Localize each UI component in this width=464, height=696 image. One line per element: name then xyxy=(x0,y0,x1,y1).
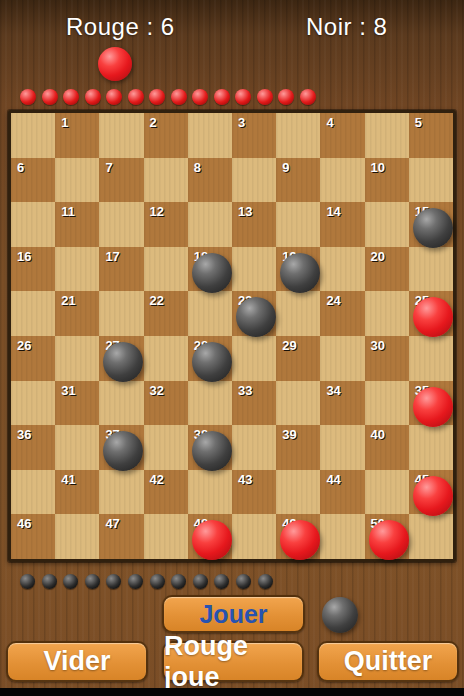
light-square xyxy=(11,291,55,336)
light-square xyxy=(99,113,143,158)
light-square xyxy=(11,381,55,426)
light-square xyxy=(232,158,276,203)
square-17[interactable]: 17 xyxy=(99,247,143,292)
square-number: 20 xyxy=(371,249,385,264)
square-number: 21 xyxy=(61,293,75,308)
square-32[interactable]: 32 xyxy=(144,381,188,426)
red-score-separator: : xyxy=(146,13,160,40)
black-piece[interactable] xyxy=(236,297,276,337)
light-square xyxy=(409,158,453,203)
square-number: 43 xyxy=(238,472,252,487)
square-number: 11 xyxy=(61,204,75,219)
light-square xyxy=(99,291,143,336)
light-square xyxy=(276,113,320,158)
square-20[interactable]: 20 xyxy=(365,247,409,292)
square-30[interactable]: 30 xyxy=(365,336,409,381)
captured-red-dot xyxy=(63,89,79,105)
captured-red-dot xyxy=(85,89,101,105)
captured-black-dot xyxy=(236,574,251,589)
square-47[interactable]: 47 xyxy=(99,514,143,559)
red-piece[interactable] xyxy=(369,520,409,560)
square-number: 36 xyxy=(17,427,31,442)
light-square xyxy=(365,113,409,158)
square-4[interactable]: 4 xyxy=(320,113,364,158)
light-square xyxy=(11,202,55,247)
square-12[interactable]: 12 xyxy=(144,202,188,247)
square-number: 14 xyxy=(326,204,340,219)
square-18[interactable]: 18 xyxy=(188,247,232,292)
square-11[interactable]: 11 xyxy=(55,202,99,247)
square-number: 2 xyxy=(150,115,157,130)
light-square xyxy=(55,336,99,381)
square-19[interactable]: 19 xyxy=(276,247,320,292)
square-49[interactable]: 49 xyxy=(276,514,320,559)
red-turn-indicator-piece xyxy=(98,47,132,81)
square-37[interactable]: 37 xyxy=(99,425,143,470)
square-number: 44 xyxy=(326,472,340,487)
quitter-button-label: Quitter xyxy=(344,646,433,677)
square-50[interactable]: 50 xyxy=(365,514,409,559)
black-piece[interactable] xyxy=(192,431,232,471)
square-7[interactable]: 7 xyxy=(99,158,143,203)
light-square xyxy=(188,202,232,247)
bottom-black-strip xyxy=(0,688,464,696)
square-26[interactable]: 26 xyxy=(11,336,55,381)
square-16[interactable]: 16 xyxy=(11,247,55,292)
light-square xyxy=(144,158,188,203)
square-40[interactable]: 40 xyxy=(365,425,409,470)
light-square xyxy=(188,381,232,426)
square-3[interactable]: 3 xyxy=(232,113,276,158)
light-square xyxy=(276,291,320,336)
square-number: 33 xyxy=(238,383,252,398)
black-score-label: Noir xyxy=(306,13,352,40)
light-square xyxy=(144,425,188,470)
light-square xyxy=(99,381,143,426)
square-number: 8 xyxy=(194,160,201,175)
square-46[interactable]: 46 xyxy=(11,514,55,559)
light-square xyxy=(365,381,409,426)
square-27[interactable]: 27 xyxy=(99,336,143,381)
square-9[interactable]: 9 xyxy=(276,158,320,203)
light-square xyxy=(11,470,55,515)
black-piece[interactable] xyxy=(103,431,143,471)
red-piece[interactable] xyxy=(413,297,453,337)
square-number: 42 xyxy=(150,472,164,487)
square-number: 29 xyxy=(282,338,296,353)
square-21[interactable]: 21 xyxy=(55,291,99,336)
square-25[interactable]: 25 xyxy=(409,291,453,336)
light-square xyxy=(99,470,143,515)
light-square xyxy=(232,514,276,559)
light-square xyxy=(99,202,143,247)
light-square xyxy=(320,158,364,203)
red-piece[interactable] xyxy=(413,476,453,516)
captured-black-dot xyxy=(193,574,208,589)
square-6[interactable]: 6 xyxy=(11,158,55,203)
square-number: 16 xyxy=(17,249,31,264)
captured-red-dot xyxy=(192,89,208,105)
square-number: 32 xyxy=(150,383,164,398)
square-13[interactable]: 13 xyxy=(232,202,276,247)
quitter-button[interactable]: Quitter xyxy=(317,641,459,682)
square-number: 31 xyxy=(61,383,75,398)
square-24[interactable]: 24 xyxy=(320,291,364,336)
square-number: 3 xyxy=(238,115,245,130)
light-square xyxy=(55,514,99,559)
square-number: 9 xyxy=(282,160,289,175)
square-number: 47 xyxy=(105,516,119,531)
square-29[interactable]: 29 xyxy=(276,336,320,381)
light-square xyxy=(232,336,276,381)
square-number: 13 xyxy=(238,204,252,219)
captured-red-dot xyxy=(171,89,187,105)
square-39[interactable]: 39 xyxy=(276,425,320,470)
black-piece[interactable] xyxy=(103,342,143,382)
black-score: Noir : 8 xyxy=(306,13,387,41)
black-piece[interactable] xyxy=(192,342,232,382)
rouge-joue-button-label: Rouge joue xyxy=(164,631,302,693)
light-square xyxy=(232,425,276,470)
light-square xyxy=(409,425,453,470)
square-31[interactable]: 31 xyxy=(55,381,99,426)
square-number: 17 xyxy=(105,249,119,264)
square-2[interactable]: 2 xyxy=(144,113,188,158)
square-number: 26 xyxy=(17,338,31,353)
app-screen: Rouge : 6 Noir : 8 123456789101112131415… xyxy=(0,0,464,696)
captured-red-dot xyxy=(149,89,165,105)
square-1[interactable]: 1 xyxy=(55,113,99,158)
captured-red-dot xyxy=(106,89,122,105)
black-score-value: 8 xyxy=(374,13,388,40)
square-43[interactable]: 43 xyxy=(232,470,276,515)
captured-red-dot xyxy=(278,89,294,105)
square-35[interactable]: 35 xyxy=(409,381,453,426)
square-5[interactable]: 5 xyxy=(409,113,453,158)
captured-red-dot xyxy=(257,89,273,105)
light-square xyxy=(276,381,320,426)
light-square xyxy=(409,247,453,292)
vider-button[interactable]: Vider xyxy=(6,641,148,682)
captured-red-dot xyxy=(42,89,58,105)
square-number: 12 xyxy=(150,204,164,219)
board: 1234567891011121314151617181920212223242… xyxy=(8,110,456,562)
light-square xyxy=(144,247,188,292)
black-capture-tray xyxy=(20,574,273,589)
light-square xyxy=(55,425,99,470)
light-square xyxy=(144,336,188,381)
square-10[interactable]: 10 xyxy=(365,158,409,203)
square-number: 10 xyxy=(371,160,385,175)
square-14[interactable]: 14 xyxy=(320,202,364,247)
square-number: 22 xyxy=(150,293,164,308)
light-square xyxy=(11,113,55,158)
square-number: 5 xyxy=(415,115,422,130)
square-41[interactable]: 41 xyxy=(55,470,99,515)
captured-black-dot xyxy=(171,574,186,589)
light-square xyxy=(276,470,320,515)
square-number: 39 xyxy=(282,427,296,442)
red-score: Rouge : 6 xyxy=(66,13,175,41)
square-28[interactable]: 28 xyxy=(188,336,232,381)
red-capture-tray xyxy=(20,89,316,105)
red-piece[interactable] xyxy=(280,520,320,560)
light-square xyxy=(320,336,364,381)
black-piece[interactable] xyxy=(280,253,320,293)
square-number: 24 xyxy=(326,293,340,308)
captured-black-dot xyxy=(42,574,57,589)
light-square xyxy=(188,470,232,515)
square-36[interactable]: 36 xyxy=(11,425,55,470)
light-square xyxy=(188,291,232,336)
light-square xyxy=(409,514,453,559)
black-score-separator: : xyxy=(359,13,373,40)
light-square xyxy=(232,247,276,292)
square-45[interactable]: 45 xyxy=(409,470,453,515)
captured-red-dot xyxy=(128,89,144,105)
black-turn-indicator-piece xyxy=(322,597,358,633)
square-23[interactable]: 23 xyxy=(232,291,276,336)
captured-red-dot xyxy=(214,89,230,105)
light-square xyxy=(365,470,409,515)
square-number: 34 xyxy=(326,383,340,398)
rouge-joue-button[interactable]: Rouge joue xyxy=(162,641,304,682)
square-33[interactable]: 33 xyxy=(232,381,276,426)
light-square xyxy=(276,202,320,247)
light-square xyxy=(365,202,409,247)
light-square xyxy=(188,113,232,158)
square-number: 6 xyxy=(17,160,24,175)
captured-black-dot xyxy=(106,574,121,589)
square-number: 4 xyxy=(326,115,333,130)
captured-red-dot xyxy=(235,89,251,105)
square-38[interactable]: 38 xyxy=(188,425,232,470)
square-34[interactable]: 34 xyxy=(320,381,364,426)
square-number: 41 xyxy=(61,472,75,487)
black-piece[interactable] xyxy=(413,208,453,248)
square-42[interactable]: 42 xyxy=(144,470,188,515)
red-piece[interactable] xyxy=(192,520,232,560)
captured-red-dot xyxy=(20,89,36,105)
light-square xyxy=(320,425,364,470)
captured-black-dot xyxy=(128,574,143,589)
light-square xyxy=(320,514,364,559)
light-square xyxy=(55,158,99,203)
square-22[interactable]: 22 xyxy=(144,291,188,336)
captured-black-dot xyxy=(214,574,229,589)
red-score-value: 6 xyxy=(161,13,175,40)
captured-red-dot xyxy=(300,89,316,105)
captured-black-dot xyxy=(20,574,35,589)
light-square xyxy=(409,336,453,381)
light-square xyxy=(55,247,99,292)
captured-black-dot xyxy=(258,574,273,589)
light-square xyxy=(144,514,188,559)
square-44[interactable]: 44 xyxy=(320,470,364,515)
light-square xyxy=(365,291,409,336)
square-15[interactable]: 15 xyxy=(409,202,453,247)
square-8[interactable]: 8 xyxy=(188,158,232,203)
captured-black-dot xyxy=(150,574,165,589)
red-piece[interactable] xyxy=(413,387,453,427)
vider-button-label: Vider xyxy=(43,646,110,677)
black-piece[interactable] xyxy=(192,253,232,293)
captured-black-dot xyxy=(63,574,78,589)
square-number: 1 xyxy=(61,115,68,130)
captured-black-dot xyxy=(85,574,100,589)
light-square xyxy=(320,247,364,292)
square-number: 30 xyxy=(371,338,385,353)
square-number: 7 xyxy=(105,160,112,175)
jouer-button-label: Jouer xyxy=(199,600,267,629)
jouer-button[interactable]: Jouer xyxy=(162,595,305,633)
red-score-label: Rouge xyxy=(66,13,139,40)
square-number: 46 xyxy=(17,516,31,531)
square-48[interactable]: 48 xyxy=(188,514,232,559)
square-number: 40 xyxy=(371,427,385,442)
